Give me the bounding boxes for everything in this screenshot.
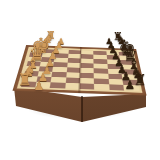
white-pawn: ♟	[34, 80, 45, 92]
pieces-layer: ♜♜♞♟♞♟♝♟♟♝♟♟♚♚♟♟♛♛♟♟♝♝♟♟♞♞♟♟♜♜♟♟	[0, 0, 160, 160]
white-rook: ♜	[18, 72, 32, 88]
black-pawn: ♟	[125, 79, 136, 91]
chess-set-product-photo: ♜♜♞♟♞♟♝♟♟♝♟♟♚♚♟♟♛♛♟♟♝♝♟♟♞♞♟♟♜♜♟♟	[0, 0, 160, 160]
